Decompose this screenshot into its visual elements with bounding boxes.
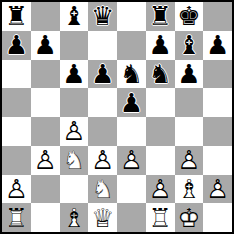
piece-black-knight: ♞ [117,60,146,89]
square-d2[interactable]: ♞♘ [88,175,117,204]
piece-white-pawn: ♟♙ [31,146,60,175]
piece-black-pawn: ♟ [31,31,60,60]
square-b5[interactable] [31,88,60,117]
square-d4[interactable] [88,117,117,146]
square-b4[interactable] [31,117,60,146]
square-e7[interactable] [117,31,146,60]
piece-white-knight-outline: ♘ [60,146,89,175]
square-d8[interactable]: ♛ [88,2,117,31]
piece-white-pawn-outline: ♙ [88,146,117,175]
piece-white-knight-outline: ♘ [88,175,117,204]
square-f7[interactable]: ♟ [146,31,175,60]
square-g1[interactable]: ♚♔ [175,203,204,232]
square-b7[interactable]: ♟ [31,31,60,60]
square-a1[interactable]: ♜♖ [2,203,31,232]
square-e5[interactable]: ♟ [117,88,146,117]
piece-white-king-outline: ♔ [175,203,204,232]
square-a3[interactable] [2,146,31,175]
piece-black-pawn: ♟ [88,60,117,89]
piece-white-rook-outline: ♖ [2,203,31,232]
square-g5[interactable] [175,88,204,117]
piece-white-rook: ♜♖ [2,203,31,232]
piece-black-pawn: ♟ [146,31,175,60]
square-f1[interactable]: ♜♖ [146,203,175,232]
square-h8[interactable] [203,2,232,31]
square-d3[interactable]: ♟♙ [88,146,117,175]
piece-white-king: ♚♔ [175,203,204,232]
piece-black-pawn: ♟ [2,31,31,60]
piece-white-pawn-outline: ♙ [203,175,232,204]
square-f6[interactable]: ♞ [146,60,175,89]
square-f2[interactable]: ♟♙ [146,175,175,204]
square-h4[interactable] [203,117,232,146]
square-a4[interactable] [2,117,31,146]
square-e1[interactable] [117,203,146,232]
piece-black-pawn: ♟ [203,31,232,60]
piece-black-pawn: ♟ [175,60,204,89]
square-h2[interactable]: ♟♙ [203,175,232,204]
square-c3[interactable]: ♞♘ [60,146,89,175]
square-a5[interactable] [2,88,31,117]
piece-white-pawn: ♟♙ [203,175,232,204]
square-h6[interactable] [203,60,232,89]
square-e8[interactable] [117,2,146,31]
square-h7[interactable]: ♟ [203,31,232,60]
piece-white-queen-outline: ♕ [88,203,117,232]
square-b8[interactable] [31,2,60,31]
square-a2[interactable]: ♟♙ [2,175,31,204]
chess-board: ♜♝♛♜♚♟♟♟♝♟♟♟♞♞♟♟♟♙♟♙♞♘♟♙♟♙♟♙♟♙♞♘♟♙♝♗♟♙♜♖… [0,0,234,234]
square-h3[interactable] [203,146,232,175]
square-a7[interactable]: ♟ [2,31,31,60]
square-b2[interactable] [31,175,60,204]
piece-white-pawn-outline: ♙ [2,175,31,204]
square-b6[interactable] [31,60,60,89]
board-grid: ♜♝♛♜♚♟♟♟♝♟♟♟♞♞♟♟♟♙♟♙♞♘♟♙♟♙♟♙♟♙♞♘♟♙♝♗♟♙♜♖… [0,0,234,234]
square-g3[interactable]: ♟♙ [175,146,204,175]
piece-black-pawn: ♟ [60,60,89,89]
piece-white-pawn: ♟♙ [2,175,31,204]
piece-white-queen: ♛♕ [88,203,117,232]
square-c7[interactable] [60,31,89,60]
piece-white-rook-outline: ♖ [146,203,175,232]
piece-white-bishop: ♝♗ [60,203,89,232]
piece-white-knight: ♞♘ [60,146,89,175]
piece-white-knight: ♞♘ [88,175,117,204]
square-f3[interactable] [146,146,175,175]
square-d1[interactable]: ♛♕ [88,203,117,232]
piece-black-queen: ♛ [88,2,117,31]
square-f8[interactable]: ♜ [146,2,175,31]
square-c6[interactable]: ♟ [60,60,89,89]
square-h1[interactable] [203,203,232,232]
piece-black-king: ♚ [175,2,204,31]
piece-white-bishop: ♝♗ [175,175,204,204]
piece-white-pawn: ♟♙ [146,175,175,204]
piece-white-pawn: ♟♙ [60,117,89,146]
square-f4[interactable] [146,117,175,146]
square-e2[interactable] [117,175,146,204]
piece-white-pawn-outline: ♙ [146,175,175,204]
square-g6[interactable]: ♟ [175,60,204,89]
square-g2[interactable]: ♝♗ [175,175,204,204]
square-d6[interactable]: ♟ [88,60,117,89]
piece-black-bishop: ♝ [175,31,204,60]
square-h5[interactable] [203,88,232,117]
square-c8[interactable]: ♝ [60,2,89,31]
piece-black-bishop: ♝ [60,2,89,31]
piece-white-pawn: ♟♙ [117,146,146,175]
square-g7[interactable]: ♝ [175,31,204,60]
piece-white-pawn: ♟♙ [175,146,204,175]
piece-white-pawn: ♟♙ [88,146,117,175]
square-a6[interactable] [2,60,31,89]
square-e4[interactable] [117,117,146,146]
piece-black-rook: ♜ [2,2,31,31]
piece-black-knight: ♞ [146,60,175,89]
square-d7[interactable] [88,31,117,60]
piece-white-bishop-outline: ♗ [175,175,204,204]
piece-white-bishop-outline: ♗ [60,203,89,232]
piece-black-pawn: ♟ [117,88,146,117]
square-c5[interactable] [60,88,89,117]
piece-black-rook: ♜ [146,2,175,31]
piece-white-pawn-outline: ♙ [60,117,89,146]
square-a8[interactable]: ♜ [2,2,31,31]
square-c1[interactable]: ♝♗ [60,203,89,232]
square-g4[interactable] [175,117,204,146]
square-c2[interactable] [60,175,89,204]
square-e3[interactable]: ♟♙ [117,146,146,175]
square-g8[interactable]: ♚ [175,2,204,31]
square-e6[interactable]: ♞ [117,60,146,89]
piece-white-pawn-outline: ♙ [117,146,146,175]
square-f5[interactable] [146,88,175,117]
piece-white-pawn-outline: ♙ [31,146,60,175]
piece-white-rook: ♜♖ [146,203,175,232]
piece-white-pawn-outline: ♙ [175,146,204,175]
square-c4[interactable]: ♟♙ [60,117,89,146]
square-b3[interactable]: ♟♙ [31,146,60,175]
square-b1[interactable] [31,203,60,232]
square-d5[interactable] [88,88,117,117]
